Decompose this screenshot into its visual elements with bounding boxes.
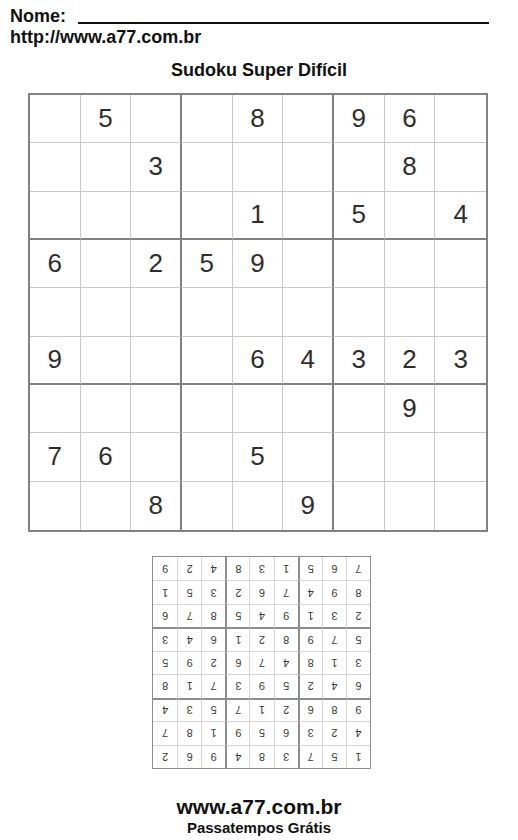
puzzle-cell-r9c8[interactable] bbox=[385, 482, 436, 530]
solution-cell-r4c7: 7 bbox=[201, 674, 225, 697]
solution-cell-r5c1: 3 bbox=[346, 651, 370, 674]
solution-cell-r8c1: 8 bbox=[346, 580, 370, 603]
puzzle-cell-r4c7[interactable] bbox=[334, 240, 385, 288]
puzzle-cell-r7c6[interactable] bbox=[283, 385, 334, 433]
sudoku-puzzle-grid: 5896381546259964323976589 bbox=[28, 93, 488, 532]
solution-cell-r1c8: 6 bbox=[177, 745, 201, 768]
puzzle-cell-r1c1[interactable] bbox=[30, 95, 81, 143]
solution-cell-r9c6: 8 bbox=[225, 557, 249, 580]
solution-cell-r2c3: 3 bbox=[298, 721, 322, 744]
puzzle-cell-r6c6[interactable]: 4 bbox=[283, 337, 334, 385]
puzzle-cell-r8c8[interactable] bbox=[385, 433, 436, 481]
solution-cell-r5c4: 4 bbox=[274, 651, 298, 674]
puzzle-cell-r2c7[interactable] bbox=[334, 143, 385, 191]
solution-cell-r4c1: 6 bbox=[346, 674, 370, 697]
page-title: Sudoku Super Difícil bbox=[0, 60, 518, 81]
solution-cell-r8c4: 7 bbox=[274, 580, 298, 603]
solution-cell-r2c4: 6 bbox=[274, 721, 298, 744]
solution-cell-r5c8: 9 bbox=[177, 651, 201, 674]
solution-cell-r4c2: 4 bbox=[322, 674, 346, 697]
solution-cell-r1c9: 2 bbox=[153, 745, 177, 768]
puzzle-cell-r8c2[interactable]: 6 bbox=[81, 433, 132, 481]
puzzle-cell-r6c3[interactable] bbox=[131, 337, 182, 385]
puzzle-cell-r3c9[interactable]: 4 bbox=[435, 192, 486, 240]
solution-cell-r7c7: 8 bbox=[201, 604, 225, 627]
puzzle-cell-r5c8[interactable] bbox=[385, 288, 436, 336]
solution-cell-r4c4: 5 bbox=[274, 674, 298, 697]
puzzle-cell-r7c7[interactable] bbox=[334, 385, 385, 433]
puzzle-cell-r7c2[interactable] bbox=[81, 385, 132, 433]
solution-cell-r6c6: 1 bbox=[225, 627, 249, 650]
puzzle-cell-r4c3[interactable]: 2 bbox=[131, 240, 182, 288]
puzzle-cell-r9c4[interactable] bbox=[182, 482, 233, 530]
solution-cell-r3c6: 7 bbox=[225, 698, 249, 721]
puzzle-cell-r7c9[interactable] bbox=[435, 385, 486, 433]
puzzle-cell-r5c3[interactable] bbox=[131, 288, 182, 336]
puzzle-cell-r1c5[interactable]: 8 bbox=[233, 95, 284, 143]
puzzle-cell-r3c4[interactable] bbox=[182, 192, 233, 240]
solution-cell-r2c2: 2 bbox=[322, 721, 346, 744]
puzzle-cell-r6c9[interactable]: 3 bbox=[435, 337, 486, 385]
puzzle-cell-r4c6[interactable] bbox=[283, 240, 334, 288]
solution-cell-r2c6: 9 bbox=[225, 721, 249, 744]
solution-cell-r1c7: 9 bbox=[201, 745, 225, 768]
puzzle-cell-r3c5[interactable]: 1 bbox=[233, 192, 284, 240]
puzzle-cell-r8c3[interactable] bbox=[131, 433, 182, 481]
solution-cell-r9c8: 2 bbox=[177, 557, 201, 580]
solution-cell-r6c5: 2 bbox=[249, 627, 273, 650]
solution-cell-r7c3: 1 bbox=[298, 604, 322, 627]
puzzle-cell-r6c7[interactable]: 3 bbox=[334, 337, 385, 385]
solution-cell-r1c4: 3 bbox=[274, 745, 298, 768]
puzzle-cell-r4c2[interactable] bbox=[81, 240, 132, 288]
solution-cell-r2c9: 7 bbox=[153, 721, 177, 744]
puzzle-cell-r7c1[interactable] bbox=[30, 385, 81, 433]
puzzle-cell-r6c1[interactable]: 9 bbox=[30, 337, 81, 385]
puzzle-cell-r6c5[interactable]: 6 bbox=[233, 337, 284, 385]
solution-cell-r9c3: 5 bbox=[298, 557, 322, 580]
puzzle-cell-r9c2[interactable] bbox=[81, 482, 132, 530]
solution-cell-r4c5: 9 bbox=[249, 674, 273, 697]
puzzle-cell-r3c8[interactable] bbox=[385, 192, 436, 240]
solution-cell-r9c2: 6 bbox=[322, 557, 346, 580]
puzzle-cell-r4c9[interactable] bbox=[435, 240, 486, 288]
puzzle-cell-r7c5[interactable] bbox=[233, 385, 284, 433]
puzzle-cell-r5c2[interactable] bbox=[81, 288, 132, 336]
puzzle-cell-r1c6[interactable] bbox=[283, 95, 334, 143]
footer-tagline: Passatempos Grátis bbox=[0, 819, 518, 836]
solution-cell-r8c6: 2 bbox=[225, 580, 249, 603]
solution-cell-r6c7: 6 bbox=[201, 627, 225, 650]
solution-cell-r4c9: 8 bbox=[153, 674, 177, 697]
solution-cell-r9c5: 3 bbox=[249, 557, 273, 580]
solution-cell-r6c2: 7 bbox=[322, 627, 346, 650]
puzzle-cell-r4c5[interactable]: 9 bbox=[233, 240, 284, 288]
puzzle-cell-r3c1[interactable] bbox=[30, 192, 81, 240]
solution-cell-r1c3: 7 bbox=[298, 745, 322, 768]
solution-cell-r3c3: 6 bbox=[298, 698, 322, 721]
puzzle-cell-r1c9[interactable] bbox=[435, 95, 486, 143]
puzzle-cell-r3c2[interactable] bbox=[81, 192, 132, 240]
puzzle-cell-r5c6[interactable] bbox=[283, 288, 334, 336]
puzzle-cell-r5c1[interactable] bbox=[30, 288, 81, 336]
solution-cell-r3c9: 4 bbox=[153, 698, 177, 721]
puzzle-cell-r4c4[interactable]: 5 bbox=[182, 240, 233, 288]
solution-cell-r1c1: 1 bbox=[346, 745, 370, 768]
puzzle-cell-r7c3[interactable] bbox=[131, 385, 182, 433]
solution-cell-r3c5: 1 bbox=[249, 698, 273, 721]
puzzle-cell-r2c9[interactable] bbox=[435, 143, 486, 191]
solution-cell-r5c6: 6 bbox=[225, 651, 249, 674]
solution-cell-r5c9: 5 bbox=[153, 651, 177, 674]
solution-cell-r9c7: 4 bbox=[201, 557, 225, 580]
puzzle-cell-r8c4[interactable] bbox=[182, 433, 233, 481]
puzzle-cell-r1c4[interactable] bbox=[182, 95, 233, 143]
puzzle-cell-r6c2[interactable] bbox=[81, 337, 132, 385]
puzzle-cell-r4c8[interactable] bbox=[385, 240, 436, 288]
solution-cell-r9c9: 9 bbox=[153, 557, 177, 580]
puzzle-cell-r5c9[interactable] bbox=[435, 288, 486, 336]
puzzle-cell-r5c7[interactable] bbox=[334, 288, 385, 336]
solution-cell-r5c5: 7 bbox=[249, 651, 273, 674]
solution-cell-r7c6: 5 bbox=[225, 604, 249, 627]
solution-cell-r3c7: 5 bbox=[201, 698, 225, 721]
puzzle-cell-r5c4[interactable] bbox=[182, 288, 233, 336]
puzzle-cell-r8c6[interactable] bbox=[283, 433, 334, 481]
puzzle-cell-r2c6[interactable] bbox=[283, 143, 334, 191]
puzzle-cell-r5c5[interactable] bbox=[233, 288, 284, 336]
solution-cell-r1c6: 4 bbox=[225, 745, 249, 768]
solution-cell-r3c4: 2 bbox=[274, 698, 298, 721]
solution-cell-r2c1: 4 bbox=[346, 721, 370, 744]
solution-cell-r5c3: 8 bbox=[298, 651, 322, 674]
puzzle-cell-r6c8[interactable]: 2 bbox=[385, 337, 436, 385]
puzzle-cell-r9c5[interactable] bbox=[233, 482, 284, 530]
solution-cell-r5c7: 2 bbox=[201, 651, 225, 674]
puzzle-cell-r9c7[interactable] bbox=[334, 482, 385, 530]
solution-cell-r5c2: 1 bbox=[322, 651, 346, 674]
puzzle-cell-r9c9[interactable] bbox=[435, 482, 486, 530]
site-url-top: http://www.a77.com.br bbox=[10, 27, 201, 48]
solution-cell-r6c4: 8 bbox=[274, 627, 298, 650]
name-fill-in-line[interactable] bbox=[78, 8, 489, 24]
solution-cell-r2c8: 8 bbox=[177, 721, 201, 744]
solution-cell-r7c9: 6 bbox=[153, 604, 177, 627]
puzzle-cell-r2c5[interactable] bbox=[233, 143, 284, 191]
puzzle-cell-r7c4[interactable] bbox=[182, 385, 233, 433]
solution-cell-r8c9: 1 bbox=[153, 580, 177, 603]
name-label: Nome: bbox=[10, 6, 66, 27]
solution-cell-r1c5: 8 bbox=[249, 745, 273, 768]
solution-cell-r1c2: 5 bbox=[322, 745, 346, 768]
puzzle-cell-r7c8[interactable]: 9 bbox=[385, 385, 436, 433]
solution-cell-r2c5: 5 bbox=[249, 721, 273, 744]
solution-cell-r7c1: 2 bbox=[346, 604, 370, 627]
solution-cell-r9c1: 7 bbox=[346, 557, 370, 580]
puzzle-cell-r3c3[interactable] bbox=[131, 192, 182, 240]
puzzle-cell-r3c6[interactable] bbox=[283, 192, 334, 240]
solution-cell-r6c3: 9 bbox=[298, 627, 322, 650]
footer-site-url: www.a77.com.br bbox=[0, 795, 518, 819]
solution-cell-r8c8: 5 bbox=[177, 580, 201, 603]
puzzle-cell-r1c7[interactable]: 9 bbox=[334, 95, 385, 143]
solution-cell-r7c8: 7 bbox=[177, 604, 201, 627]
puzzle-cell-r2c3[interactable]: 3 bbox=[131, 143, 182, 191]
puzzle-cell-r1c3[interactable] bbox=[131, 95, 182, 143]
solution-cell-r8c2: 9 bbox=[322, 580, 346, 603]
puzzle-cell-r3c7[interactable]: 5 bbox=[334, 192, 385, 240]
puzzle-cell-r8c7[interactable] bbox=[334, 433, 385, 481]
puzzle-cell-r1c2[interactable]: 5 bbox=[81, 95, 132, 143]
puzzle-cell-r8c9[interactable] bbox=[435, 433, 486, 481]
puzzle-cell-r8c1[interactable]: 7 bbox=[30, 433, 81, 481]
solution-cell-r6c8: 4 bbox=[177, 627, 201, 650]
puzzle-cell-r2c2[interactable] bbox=[81, 143, 132, 191]
solution-cell-r4c6: 3 bbox=[225, 674, 249, 697]
solution-cell-r7c5: 4 bbox=[249, 604, 273, 627]
puzzle-cell-r9c3[interactable]: 8 bbox=[131, 482, 182, 530]
solution-cell-r8c5: 6 bbox=[249, 580, 273, 603]
solution-cell-r4c3: 2 bbox=[298, 674, 322, 697]
puzzle-cell-r8c5[interactable]: 5 bbox=[233, 433, 284, 481]
sudoku-solution-grid-upside-down: 1573849624236591879862175346425937183184… bbox=[152, 556, 371, 769]
solution-cell-r3c2: 8 bbox=[322, 698, 346, 721]
solution-cell-r6c9: 3 bbox=[153, 627, 177, 650]
solution-cell-r7c2: 3 bbox=[322, 604, 346, 627]
solution-cell-r3c8: 3 bbox=[177, 698, 201, 721]
puzzle-cell-r6c4[interactable] bbox=[182, 337, 233, 385]
puzzle-cell-r9c6[interactable]: 9 bbox=[283, 482, 334, 530]
solution-cell-r6c1: 5 bbox=[346, 627, 370, 650]
puzzle-cell-r9c1[interactable] bbox=[30, 482, 81, 530]
solution-cell-r7c4: 9 bbox=[274, 604, 298, 627]
solution-cell-r4c8: 1 bbox=[177, 674, 201, 697]
solution-cell-r2c7: 1 bbox=[201, 721, 225, 744]
puzzle-cell-r2c4[interactable] bbox=[182, 143, 233, 191]
solution-cell-r8c7: 3 bbox=[201, 580, 225, 603]
puzzle-cell-r1c8[interactable]: 6 bbox=[385, 95, 436, 143]
puzzle-cell-r4c1[interactable]: 6 bbox=[30, 240, 81, 288]
solution-cell-r3c1: 9 bbox=[346, 698, 370, 721]
puzzle-cell-r2c8[interactable]: 8 bbox=[385, 143, 436, 191]
puzzle-cell-r2c1[interactable] bbox=[30, 143, 81, 191]
solution-cell-r9c4: 1 bbox=[274, 557, 298, 580]
solution-cell-r8c3: 4 bbox=[298, 580, 322, 603]
